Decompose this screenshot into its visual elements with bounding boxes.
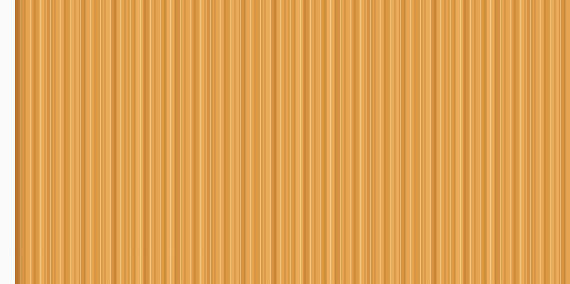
go-board-screenshot xyxy=(0,0,570,284)
board-left-edge-shade xyxy=(15,0,25,284)
row-coordinate-strip xyxy=(0,0,15,284)
